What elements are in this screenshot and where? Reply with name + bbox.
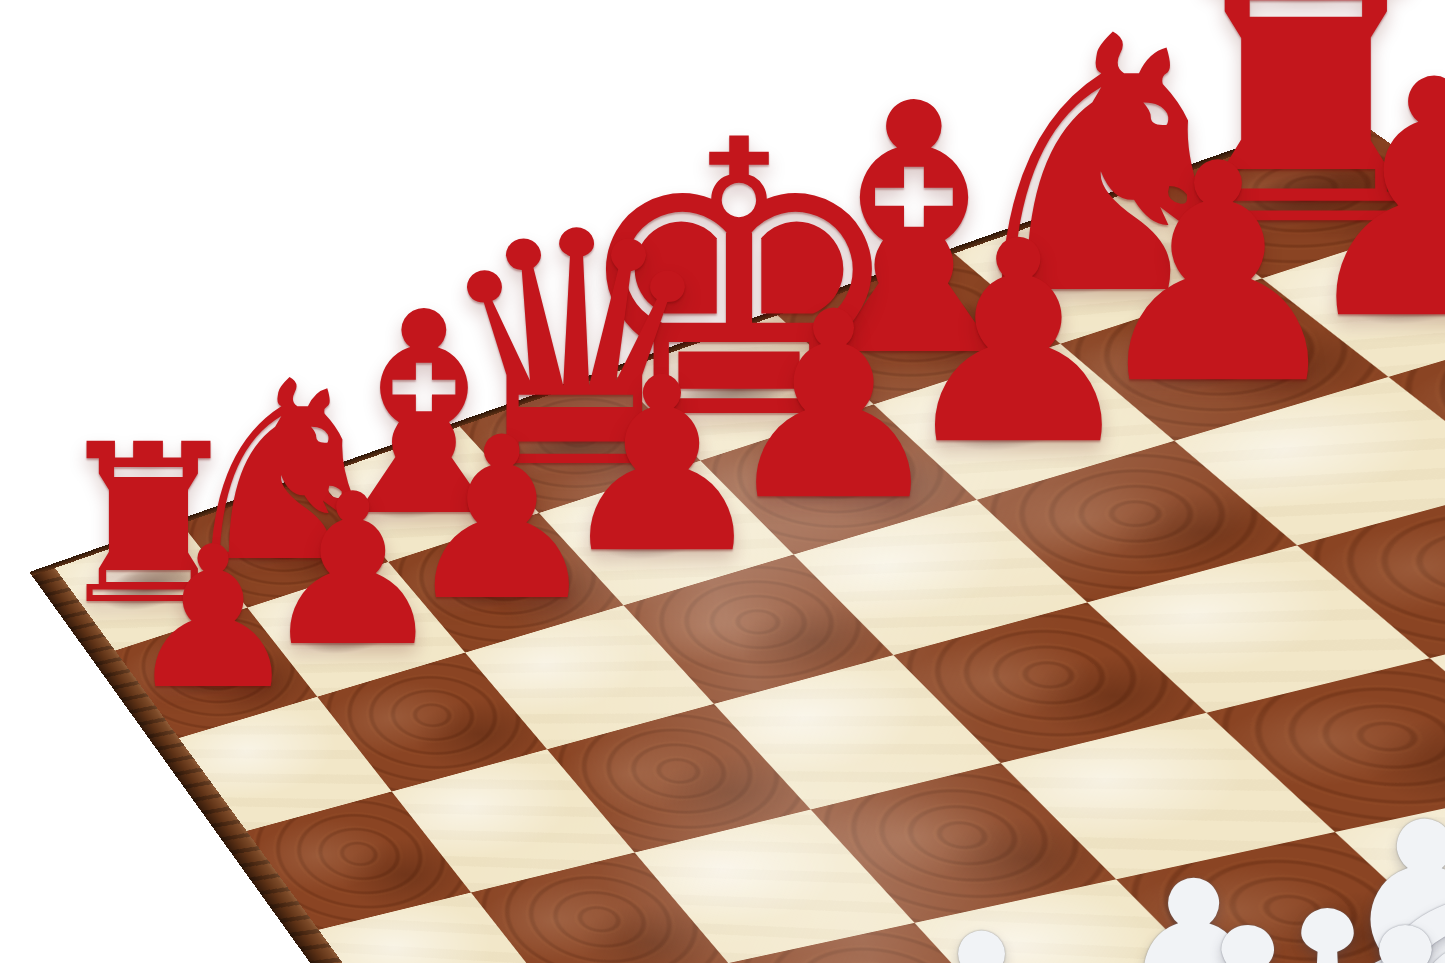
chess-photo-scene: ♜♞♝♛♚♝♞♜♟♟♟♟♟♟♟♟♟♟♟♟♟♟♟♟♜♞♝♛♚♝♞♜ xyxy=(0,0,1445,963)
chess-board xyxy=(55,115,1445,963)
